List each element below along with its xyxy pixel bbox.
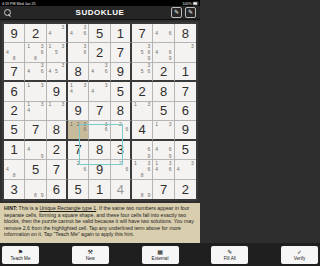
given-digit: 8 — [75, 64, 82, 79]
cell-r3c7[interactable]: 356 — [132, 63, 153, 82]
pencil-marks: 34 — [47, 24, 66, 42]
pencil-marks: 13 — [47, 102, 66, 120]
pencil-marks: 13 — [153, 121, 173, 138]
entered-digit: 4 — [117, 182, 124, 197]
cell-r7c5[interactable]: 8 — [89, 141, 110, 160]
cell-r4c9[interactable]: 7 — [175, 82, 196, 101]
cell-r5c8[interactable]: 5 — [153, 102, 174, 121]
cell-r7c8[interactable]: 469 — [153, 141, 174, 160]
candidate-8: 8 — [139, 172, 146, 178]
pencil-marks: 469 — [153, 141, 173, 159]
given-digit: 9 — [182, 122, 189, 137]
given-digit: 7 — [160, 182, 167, 197]
hint-link[interactable]: Unique Rectangle type 1 — [39, 205, 96, 211]
cell-r3c2[interactable]: 346 — [25, 63, 46, 82]
given-digit: 5 — [117, 84, 124, 99]
cell-r5c4[interactable]: 9 — [68, 102, 89, 121]
given-digit: 5 — [96, 26, 103, 41]
cell-r6c3[interactable]: 8 — [47, 121, 68, 140]
given-digit: 3 — [11, 182, 18, 197]
cell-r8c8[interactable]: 1346 — [153, 160, 174, 179]
cell-r9c2[interactable]: 89 — [25, 180, 46, 199]
cell-r3c3[interactable]: 345 — [47, 63, 68, 82]
given-digit: 5 — [75, 182, 82, 197]
cell-r8c7[interactable]: 1368 — [132, 160, 153, 179]
pencil-marks: 26 — [68, 160, 88, 178]
cell-r4c5[interactable]: 34 — [89, 82, 110, 101]
cell-r8c1[interactable]: 48 — [4, 160, 25, 179]
pencil-marks: 34 — [175, 160, 196, 178]
cell-r5c1[interactable]: 2 — [4, 102, 25, 121]
candidate-8: 8 — [11, 56, 18, 62]
cell-r1c9[interactable]: 8 — [175, 24, 196, 43]
cell-r9c9[interactable]: 2 — [175, 180, 196, 199]
given-digit: 6 — [53, 182, 60, 197]
pencil-marks: 49 — [25, 141, 45, 159]
pencil-marks: 89 — [132, 180, 152, 199]
cell-r2c3[interactable]: 135 — [47, 43, 68, 62]
cell-r6c1[interactable]: 5 — [4, 121, 25, 140]
given-digit: 5 — [182, 142, 189, 157]
cell-r1c2[interactable]: 2 — [25, 24, 46, 43]
given-digit: 7 — [96, 103, 103, 118]
cell-r2c9[interactable]: 3 — [175, 43, 196, 62]
cell-r1c1[interactable]: 9 — [4, 24, 25, 43]
cell-r7c3[interactable]: 2 — [47, 141, 68, 160]
pencil-marks: 469 — [153, 43, 173, 61]
given-digit: 9 — [75, 103, 82, 118]
cell-r2c2[interactable]: 1368 — [25, 43, 46, 62]
pencil-marks: 69 — [132, 141, 152, 159]
pencil-marks: 3569 — [132, 43, 152, 61]
pencil-marks: 13 — [25, 82, 45, 100]
given-digit: 8 — [182, 26, 189, 41]
cell-r1c3[interactable]: 34 — [47, 24, 68, 43]
external-button[interactable]: ▦ External — [142, 246, 179, 264]
pencil-marks: 356 — [132, 63, 152, 80]
cell-r8c4[interactable]: 26 — [68, 160, 89, 179]
pencil-marks: 346 — [68, 24, 88, 42]
cell-r7c6[interactable]: 3 — [111, 141, 132, 160]
cell-r5c9[interactable]: 6 — [175, 102, 196, 121]
grid-icon: ▦ — [157, 249, 163, 256]
cell-r8c9[interactable]: 34 — [175, 160, 196, 179]
cell-r4c2[interactable]: 13 — [25, 82, 46, 101]
pencil-marks: 13 — [132, 102, 152, 120]
candidate-8: 8 — [32, 56, 39, 62]
pencil-marks: 1368 — [25, 43, 45, 61]
candidate-9: 9 — [146, 193, 153, 199]
page-title: SUDOKLUE — [0, 8, 200, 17]
pencil-marks: 48 — [4, 160, 24, 178]
given-digit: 8 — [53, 122, 60, 137]
cell-r4c3[interactable]: 9 — [47, 82, 68, 101]
given-digit: 7 — [11, 64, 18, 79]
sudoku-board: 9234346517468481368135362735694693734634… — [2, 22, 198, 201]
cell-r9c6[interactable]: 4 — [111, 180, 132, 199]
cell-r8c2[interactable]: 5 — [25, 160, 46, 179]
cell-r3c6[interactable]: 9 — [111, 63, 132, 82]
cell-r7c1[interactable]: 1 — [4, 141, 25, 160]
given-digit: 2 — [11, 103, 18, 118]
pencil-marks: 34 — [89, 82, 109, 100]
given-digit: 1 — [11, 142, 18, 157]
given-digit: 1 — [117, 26, 124, 41]
candidate-9: 9 — [167, 153, 174, 159]
cell-r6c7[interactable]: 4 — [132, 121, 153, 140]
cell-r2c1[interactable]: 48 — [4, 43, 25, 62]
given-digit: 9 — [117, 64, 124, 79]
hint-box: HINT: This is a Unique Rectangle type 1.… — [0, 203, 200, 247]
flag-icon: ⚑ — [18, 249, 23, 256]
cell-r3c1[interactable]: 7 — [4, 63, 25, 82]
hint-label: HINT: — [4, 205, 17, 211]
bottom-toolbar: ⚑ Teach Me ⚒ New ▦ External ✎ Fill All ✓… — [0, 243, 200, 266]
given-digit: 1 — [96, 182, 103, 197]
pencil-marks: 3 — [175, 43, 196, 61]
pencil-marks: 48 — [4, 43, 24, 61]
cell-r3c4[interactable]: 8 — [68, 63, 89, 82]
cell-r6c4[interactable]: 1236 — [68, 121, 89, 140]
pencil-marks: 346 — [25, 63, 45, 80]
cell-r6c6[interactable]: 26 — [111, 121, 132, 140]
pencil-marks: 1368 — [132, 160, 152, 178]
given-digit: 1 — [182, 64, 189, 79]
cell-r2c5[interactable]: 2 — [89, 43, 110, 62]
given-digit: 3 — [117, 142, 124, 157]
candidate-8: 8 — [32, 193, 39, 199]
pencil-marks: 36 — [68, 43, 88, 61]
given-digit: 7 — [32, 122, 39, 137]
cell-r7c9[interactable]: 5 — [175, 141, 196, 160]
cell-r5c2[interactable]: 134 — [25, 102, 46, 121]
cell-r9c3[interactable]: 6 — [47, 180, 68, 199]
cell-r7c4[interactable]: 7 — [68, 141, 89, 160]
cell-r2c7[interactable]: 3569 — [132, 43, 153, 62]
sudoku-grid: 9234346517468481368135362735694693734634… — [2, 22, 198, 201]
given-digit: 8 — [117, 103, 124, 118]
pencil-marks: 1236 — [68, 121, 88, 138]
teach-me-button[interactable]: ⚑ Teach Me — [2, 246, 39, 264]
given-digit: 5 — [32, 162, 39, 177]
pencil-marks: 26 — [111, 121, 130, 138]
cell-r9c1[interactable]: 3 — [4, 180, 25, 199]
pencil-marks: 36 — [89, 121, 109, 138]
candidate-8: 8 — [11, 172, 18, 178]
cell-r6c9[interactable]: 9 — [175, 121, 196, 140]
given-digit: 8 — [96, 142, 103, 157]
given-digit: 7 — [182, 84, 189, 99]
pencil-marks: 1346 — [153, 160, 173, 178]
given-digit: 9 — [53, 84, 60, 99]
pencil-marks: 345 — [47, 63, 66, 80]
cell-r5c6[interactable]: 8 — [111, 102, 132, 121]
cell-r1c8[interactable]: 46 — [153, 24, 174, 43]
cell-r1c7[interactable]: 7 — [132, 24, 153, 43]
cell-r4c7[interactable]: 2 — [132, 82, 153, 101]
given-digit: 9 — [11, 26, 18, 41]
given-digit: 7 — [139, 26, 146, 41]
cell-r5c3[interactable]: 13 — [47, 102, 68, 121]
battery-percent: 100% — [182, 1, 191, 5]
cell-r1c6[interactable]: 1 — [111, 24, 132, 43]
pencil-marks: 46 — [153, 24, 173, 42]
candidate-9: 9 — [146, 153, 153, 159]
given-digit: 2 — [32, 26, 39, 41]
cell-r5c7[interactable]: 13 — [132, 102, 153, 121]
cell-r2c8[interactable]: 469 — [153, 43, 174, 62]
cell-r9c7[interactable]: 89 — [132, 180, 153, 199]
cell-r1c4[interactable]: 346 — [68, 24, 89, 43]
cell-r6c8[interactable]: 13 — [153, 121, 174, 140]
pencil-marks: 26 — [111, 160, 130, 178]
cell-r8c3[interactable]: 7 — [47, 160, 68, 179]
cell-r3c5[interactable]: 346 — [89, 63, 110, 82]
cell-r7c2[interactable]: 49 — [25, 141, 46, 160]
candidate-9: 9 — [39, 193, 46, 199]
candidate-9: 9 — [39, 153, 46, 159]
given-digit: 5 — [160, 103, 167, 118]
given-digit: 2 — [139, 84, 146, 99]
candidate-9: 9 — [167, 56, 174, 62]
cell-r9c4[interactable]: 5 — [68, 180, 89, 199]
given-digit: 5 — [11, 122, 18, 137]
pencil-marks: 134 — [68, 82, 88, 100]
given-digit: 6 — [182, 103, 189, 118]
cell-r9c5[interactable]: 1 — [89, 180, 110, 199]
given-digit: 2 — [53, 142, 60, 157]
cell-r1c5[interactable]: 5 — [89, 24, 110, 43]
given-digit: 4 — [139, 122, 146, 137]
cell-r9c8[interactable]: 7 — [153, 180, 174, 199]
cell-r4c4[interactable]: 134 — [68, 82, 89, 101]
given-digit: 7 — [53, 162, 60, 177]
cell-r5c5[interactable]: 7 — [89, 102, 110, 121]
pencil-marks: 346 — [89, 63, 109, 80]
cell-r8c5[interactable]: 9 — [89, 160, 110, 179]
given-digit: 9 — [96, 162, 103, 177]
cell-r4c6[interactable]: 5 — [111, 82, 132, 101]
cell-r3c8[interactable]: 2 — [153, 63, 174, 82]
candidate-9: 9 — [146, 56, 153, 62]
cell-r4c8[interactable]: 8 — [153, 82, 174, 101]
cell-r3c9[interactable]: 1 — [175, 63, 196, 82]
pencil-marks: 135 — [47, 43, 66, 61]
app-header: SUDOKLUE ✎ ✎ — [0, 6, 200, 20]
cell-r2c6[interactable]: 7 — [111, 43, 132, 62]
cell-r6c5[interactable]: 36 — [89, 121, 110, 140]
pencil-mode-button[interactable]: ✎ — [171, 7, 182, 18]
cell-r8c6[interactable]: 26 — [111, 160, 132, 179]
given-digit: 7 — [117, 45, 124, 60]
given-digit: 2 — [160, 64, 167, 79]
candidate-8: 8 — [139, 193, 146, 199]
cell-r2c4[interactable]: 36 — [68, 43, 89, 62]
given-digit: 2 — [182, 182, 189, 197]
given-digit: 8 — [160, 84, 167, 99]
hint-text-1: This is a — [17, 205, 39, 211]
status-time: 4:19 PM Wed Jan 25 — [2, 1, 36, 5]
cell-r4c1[interactable]: 6 — [4, 82, 25, 101]
pencil-marks: 134 — [25, 102, 45, 120]
battery-icon — [193, 1, 198, 4]
given-digit: 6 — [11, 84, 18, 99]
given-digit: 7 — [75, 142, 82, 157]
cell-r7c7[interactable]: 69 — [132, 141, 153, 160]
new-button[interactable]: ⚒ New — [72, 246, 109, 264]
pen-mode-button[interactable]: ✎ — [185, 7, 196, 18]
cell-r6c2[interactable]: 7 — [25, 121, 46, 140]
wrench-icon: ⚒ — [88, 249, 93, 256]
given-digit: 2 — [96, 45, 103, 60]
pencil-marks: 89 — [25, 180, 45, 199]
